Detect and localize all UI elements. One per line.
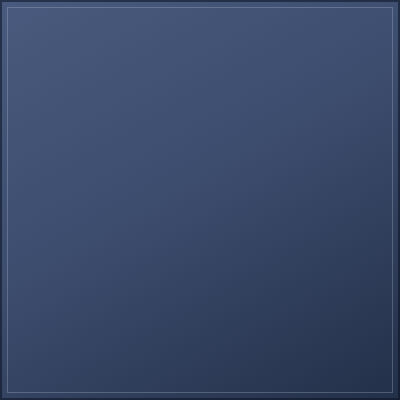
chess-board-frame	[0, 0, 400, 400]
chess-board	[8, 8, 392, 392]
